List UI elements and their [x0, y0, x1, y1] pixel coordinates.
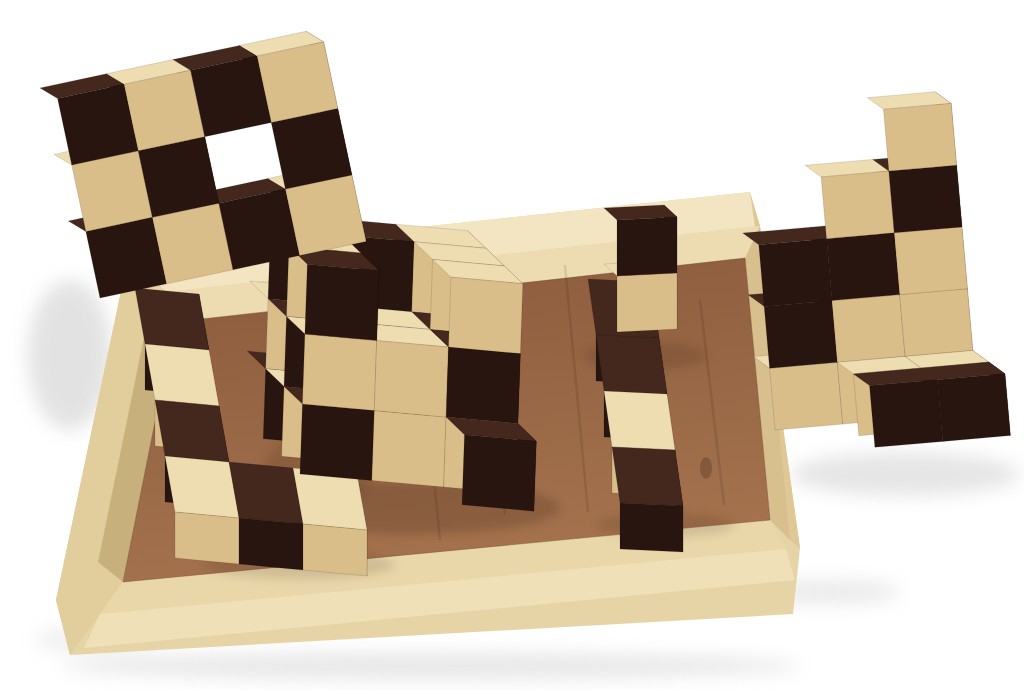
l-tower-piece[interactable] [732, 88, 1010, 457]
puzzle-cube-dark [229, 462, 303, 570]
puzzle-cube-dark [612, 447, 683, 552]
puzzle-photo-scene [0, 0, 1024, 690]
floor-knot [700, 457, 712, 479]
puzzle-cube-dark [40, 71, 138, 168]
scene-svg [0, 0, 1024, 690]
puzzle-cube-light [165, 456, 239, 564]
puzzle-cube-light [293, 468, 367, 576]
